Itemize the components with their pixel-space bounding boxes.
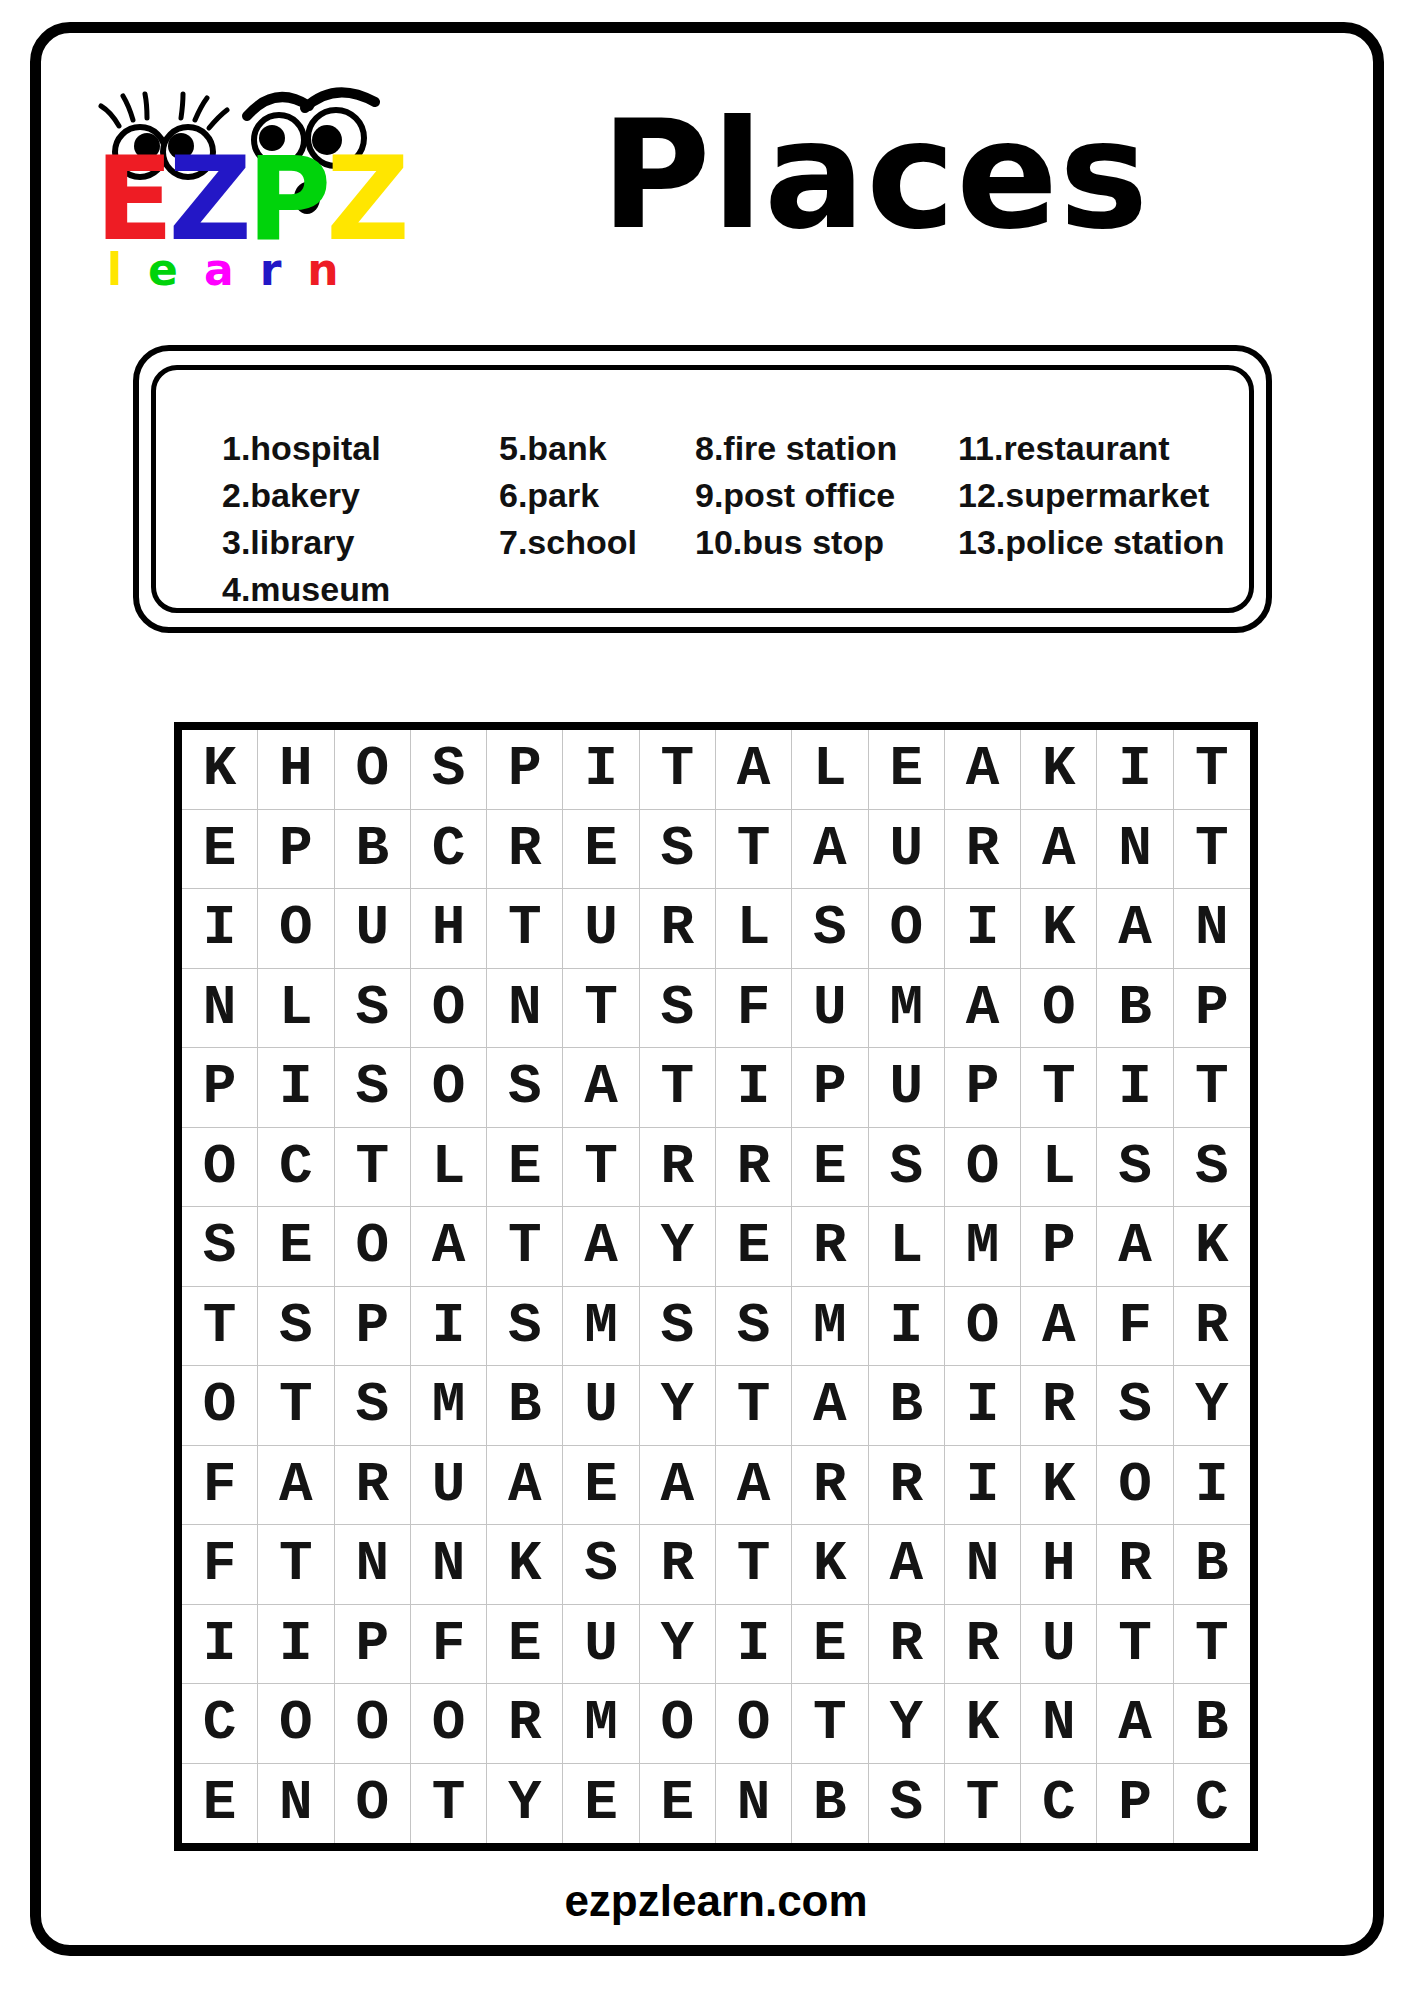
word-list-item: 8.fire station <box>695 425 897 472</box>
grid-cell[interactable]: E <box>258 1207 334 1287</box>
grid-cell[interactable]: E <box>182 1764 258 1844</box>
grid-cell[interactable]: R <box>640 889 716 969</box>
grid-cell[interactable]: I <box>411 1287 487 1367</box>
grid-cell[interactable]: T <box>487 889 563 969</box>
grid-cell[interactable]: S <box>411 730 487 810</box>
word-search-grid: KHOSPITALEAKITEPBCRESTAURANTIOUHTURLSOIK… <box>174 722 1258 1851</box>
grid-cell[interactable]: L <box>258 969 334 1049</box>
grid-cell[interactable]: C <box>182 1684 258 1764</box>
grid-cell[interactable]: O <box>258 1684 334 1764</box>
logo-learn: learn <box>107 248 365 292</box>
grid-cell[interactable]: N <box>1097 810 1173 890</box>
grid-cell[interactable]: O <box>1097 1446 1173 1526</box>
grid-cell[interactable]: R <box>640 1525 716 1605</box>
grid-cell[interactable]: K <box>1021 889 1097 969</box>
grid-cell[interactable]: P <box>1021 1207 1097 1287</box>
grid-cell[interactable]: R <box>792 1446 868 1526</box>
word-list-item: 13.police station <box>958 519 1224 566</box>
grid-cell[interactable]: A <box>716 730 792 810</box>
grid-cell[interactable]: I <box>869 1287 945 1367</box>
grid-cell[interactable]: I <box>1097 1048 1173 1128</box>
grid-cell[interactable]: T <box>640 1048 716 1128</box>
grid-cell[interactable]: T <box>1097 1605 1173 1685</box>
grid-cell[interactable]: T <box>182 1287 258 1367</box>
grid-cell[interactable]: I <box>1174 1446 1250 1526</box>
grid-cell[interactable]: A <box>945 730 1021 810</box>
grid-cell[interactable]: U <box>563 889 639 969</box>
grid-cell[interactable]: P <box>945 1048 1021 1128</box>
grid-cell[interactable]: P <box>487 730 563 810</box>
logo-letter: r <box>260 244 308 295</box>
grid-cell[interactable]: R <box>1021 1366 1097 1446</box>
grid-cell[interactable]: Y <box>869 1684 945 1764</box>
grid-cell[interactable]: C <box>411 810 487 890</box>
grid-cell[interactable]: T <box>563 969 639 1049</box>
grid-cell[interactable]: O <box>258 889 334 969</box>
grid-cell[interactable]: S <box>487 1287 563 1367</box>
grid-cell[interactable]: I <box>258 1048 334 1128</box>
word-list-item: 7.school <box>499 519 637 566</box>
grid-cell[interactable]: O <box>182 1366 258 1446</box>
grid-cell[interactable]: T <box>411 1764 487 1844</box>
grid-cell[interactable]: N <box>945 1525 1021 1605</box>
grid-cell[interactable]: A <box>1021 1287 1097 1367</box>
grid-cell[interactable]: T <box>1174 1605 1250 1685</box>
grid-cell[interactable]: I <box>182 889 258 969</box>
grid-cell[interactable]: S <box>640 1287 716 1367</box>
grid-cell[interactable]: S <box>563 1525 639 1605</box>
logo-letter: n <box>307 244 364 295</box>
grid-cell[interactable]: P <box>792 1048 868 1128</box>
grid-cell[interactable]: F <box>411 1605 487 1685</box>
grid-cell[interactable]: T <box>1174 810 1250 890</box>
grid-cell[interactable]: U <box>411 1446 487 1526</box>
grid-cell[interactable]: M <box>792 1287 868 1367</box>
grid-cell[interactable]: A <box>411 1207 487 1287</box>
grid-cell[interactable]: F <box>182 1525 258 1605</box>
grid-cell[interactable]: A <box>945 969 1021 1049</box>
grid-cell[interactable]: K <box>1174 1207 1250 1287</box>
grid-cell[interactable]: Y <box>640 1605 716 1685</box>
grid-cell[interactable]: K <box>487 1525 563 1605</box>
grid-cell[interactable]: P <box>335 1605 411 1685</box>
grid-cell[interactable]: O <box>335 1207 411 1287</box>
grid-cell[interactable]: N <box>258 1764 334 1844</box>
grid-cell[interactable]: S <box>869 1128 945 1208</box>
grid-cell[interactable]: E <box>716 1207 792 1287</box>
grid-cell[interactable]: N <box>487 969 563 1049</box>
word-list-item: 2.bakery <box>222 472 390 519</box>
grid-cell[interactable]: Y <box>487 1764 563 1844</box>
word-list-item: 9.post office <box>695 472 897 519</box>
grid-cell[interactable]: L <box>411 1128 487 1208</box>
grid-cell[interactable]: R <box>716 1128 792 1208</box>
logo-letter: e <box>148 244 204 295</box>
grid-cell[interactable]: E <box>182 810 258 890</box>
grid-cell[interactable]: I <box>716 1605 792 1685</box>
grid-cell[interactable]: U <box>792 969 868 1049</box>
grid-cell[interactable]: P <box>258 810 334 890</box>
grid-cell[interactable]: O <box>945 1128 1021 1208</box>
grid-cell[interactable]: T <box>1021 1048 1097 1128</box>
grid-cell[interactable]: N <box>182 969 258 1049</box>
grid-cell[interactable]: A <box>1097 889 1173 969</box>
grid-cell[interactable]: M <box>945 1207 1021 1287</box>
grid-cell[interactable]: R <box>945 810 1021 890</box>
grid-cell[interactable]: M <box>563 1684 639 1764</box>
grid-cell[interactable]: L <box>1021 1128 1097 1208</box>
grid-cell[interactable]: C <box>1021 1764 1097 1844</box>
grid-cell[interactable]: O <box>182 1128 258 1208</box>
grid-cell[interactable]: U <box>563 1366 639 1446</box>
grid-cell[interactable]: A <box>1097 1207 1173 1287</box>
grid-cell[interactable]: P <box>1174 969 1250 1049</box>
grid-cell[interactable]: R <box>640 1128 716 1208</box>
grid-cell[interactable]: O <box>411 1684 487 1764</box>
grid-cell[interactable]: K <box>1021 1446 1097 1526</box>
grid-cell[interactable]: B <box>1174 1525 1250 1605</box>
grid-cell[interactable]: N <box>411 1525 487 1605</box>
grid-cell[interactable]: I <box>182 1605 258 1685</box>
grid-cell[interactable]: A <box>487 1446 563 1526</box>
grid-cell[interactable]: C <box>258 1128 334 1208</box>
grid-cell[interactable]: O <box>716 1684 792 1764</box>
grid-cell[interactable]: R <box>487 810 563 890</box>
grid-cell[interactable]: I <box>945 1366 1021 1446</box>
grid-cell[interactable]: R <box>869 1605 945 1685</box>
grid-cell[interactable]: S <box>182 1207 258 1287</box>
grid-cell[interactable]: M <box>869 969 945 1049</box>
grid-cell[interactable]: L <box>869 1207 945 1287</box>
word-list-col-2: 5.bank6.park7.school <box>499 425 637 566</box>
grid-cell[interactable]: S <box>716 1287 792 1367</box>
grid-cell[interactable]: A <box>563 1048 639 1128</box>
ezpz-learn-logo: EZPZ learn <box>95 90 405 300</box>
grid-cell[interactable]: U <box>869 810 945 890</box>
grid-cell[interactable]: U <box>869 1048 945 1128</box>
grid-cell[interactable]: I <box>716 1048 792 1128</box>
grid-cell[interactable]: R <box>1097 1525 1173 1605</box>
word-list-box: 1.hospital2.bakery3.library4.museum 5.ba… <box>133 345 1272 633</box>
grid-cell[interactable]: F <box>1097 1287 1173 1367</box>
grid-cell[interactable]: B <box>869 1366 945 1446</box>
grid-cell[interactable]: S <box>792 889 868 969</box>
grid-cell[interactable]: M <box>563 1287 639 1367</box>
grid-cell[interactable]: T <box>487 1207 563 1287</box>
grid-cell[interactable]: T <box>1174 730 1250 810</box>
grid-cell[interactable]: T <box>335 1128 411 1208</box>
grid-cell[interactable]: U <box>563 1605 639 1685</box>
grid-cell[interactable]: E <box>792 1605 868 1685</box>
grid-cell[interactable]: T <box>716 1525 792 1605</box>
grid-cell[interactable]: H <box>411 889 487 969</box>
grid-cell[interactable]: S <box>258 1287 334 1367</box>
grid-cell[interactable]: E <box>563 810 639 890</box>
grid-cell[interactable]: O <box>869 889 945 969</box>
grid-cell[interactable]: K <box>1021 730 1097 810</box>
grid-cell[interactable]: S <box>335 1366 411 1446</box>
grid-cell[interactable]: T <box>258 1366 334 1446</box>
grid-cell[interactable]: T <box>792 1684 868 1764</box>
grid-cell[interactable]: K <box>182 730 258 810</box>
grid-cell[interactable]: N <box>335 1525 411 1605</box>
grid-cell[interactable]: S <box>1174 1128 1250 1208</box>
grid-cell[interactable]: B <box>335 810 411 890</box>
logo-letter: a <box>204 244 260 295</box>
grid-cell[interactable]: K <box>945 1684 1021 1764</box>
grid-cell[interactable]: O <box>411 969 487 1049</box>
grid-cell[interactable]: M <box>411 1366 487 1446</box>
grid-cell[interactable]: O <box>640 1684 716 1764</box>
word-list-item: 6.park <box>499 472 637 519</box>
grid-cell[interactable]: E <box>487 1128 563 1208</box>
grid-cell[interactable]: T <box>640 730 716 810</box>
grid-cell[interactable]: E <box>487 1605 563 1685</box>
grid-cell[interactable]: T <box>1174 1048 1250 1128</box>
grid-cell[interactable]: A <box>792 1366 868 1446</box>
grid-cell[interactable]: S <box>1097 1366 1173 1446</box>
grid-cell[interactable]: R <box>792 1207 868 1287</box>
grid-cell[interactable]: S <box>1097 1128 1173 1208</box>
grid-cell[interactable]: O <box>335 730 411 810</box>
word-list-col-3: 8.fire station9.post office10.bus stop <box>695 425 897 566</box>
grid-cell[interactable]: E <box>563 1764 639 1844</box>
grid-cell[interactable]: T <box>945 1764 1021 1844</box>
grid-cell[interactable]: O <box>411 1048 487 1128</box>
grid-cell[interactable]: R <box>945 1605 1021 1685</box>
grid-cell[interactable]: I <box>563 730 639 810</box>
grid-cell[interactable]: F <box>182 1446 258 1526</box>
grid-cell[interactable]: E <box>869 730 945 810</box>
grid-cell[interactable]: S <box>640 810 716 890</box>
grid-cell[interactable]: T <box>716 810 792 890</box>
grid-cell[interactable]: S <box>335 1048 411 1128</box>
grid-cell[interactable]: A <box>258 1446 334 1526</box>
grid-cell[interactable]: P <box>182 1048 258 1128</box>
page-title: Places <box>480 78 1270 273</box>
grid-cell[interactable]: K <box>792 1525 868 1605</box>
grid-cell[interactable]: I <box>945 1446 1021 1526</box>
word-list-item: 11.restaurant <box>958 425 1224 472</box>
grid-cell[interactable]: R <box>335 1446 411 1526</box>
grid-cell[interactable]: T <box>258 1525 334 1605</box>
word-list-col-1: 1.hospital2.bakery3.library4.museum <box>222 425 390 613</box>
grid-cell[interactable]: N <box>716 1764 792 1844</box>
grid-cell[interactable]: P <box>1097 1764 1173 1844</box>
word-list-item: 3.library <box>222 519 390 566</box>
grid-cell[interactable]: L <box>716 889 792 969</box>
grid-cell[interactable]: O <box>335 1684 411 1764</box>
grid-cell[interactable]: N <box>1021 1684 1097 1764</box>
word-list-item: 12.supermarket <box>958 472 1224 519</box>
grid-cell[interactable]: N <box>1174 889 1250 969</box>
grid-cell[interactable]: A <box>640 1446 716 1526</box>
grid-cell[interactable]: E <box>563 1446 639 1526</box>
grid-cell[interactable]: L <box>792 730 868 810</box>
grid-cell[interactable]: B <box>1174 1684 1250 1764</box>
logo-letter: l <box>107 244 148 295</box>
grid-cell[interactable]: E <box>792 1128 868 1208</box>
grid-cell[interactable]: C <box>1174 1764 1250 1844</box>
grid-cell[interactable]: Y <box>640 1366 716 1446</box>
grid-cell[interactable]: R <box>1174 1287 1250 1367</box>
grid-cell[interactable]: T <box>716 1366 792 1446</box>
word-list-box-inner: 1.hospital2.bakery3.library4.museum 5.ba… <box>151 365 1254 613</box>
grid-cell[interactable]: B <box>487 1366 563 1446</box>
grid-cell[interactable]: T <box>563 1128 639 1208</box>
grid-cell[interactable]: B <box>792 1764 868 1844</box>
grid-cell[interactable]: O <box>335 1764 411 1844</box>
grid-cell[interactable]: S <box>335 969 411 1049</box>
grid-cell[interactable]: F <box>716 969 792 1049</box>
word-list-item: 10.bus stop <box>695 519 897 566</box>
grid-cell[interactable]: R <box>869 1446 945 1526</box>
word-list-col-4: 11.restaurant12.supermarket13.police sta… <box>958 425 1224 566</box>
grid-cell[interactable]: A <box>1097 1684 1173 1764</box>
logo-ezpz: EZPZ <box>95 142 405 257</box>
grid-cell[interactable]: H <box>1021 1525 1097 1605</box>
word-list-item: 4.museum <box>222 566 390 613</box>
grid-cell[interactable]: U <box>1021 1605 1097 1685</box>
grid-cell[interactable]: U <box>335 889 411 969</box>
word-list-item: 1.hospital <box>222 425 390 472</box>
grid-cell[interactable]: I <box>258 1605 334 1685</box>
grid-cell[interactable]: Y <box>640 1207 716 1287</box>
grid-cell[interactable]: A <box>869 1525 945 1605</box>
grid-cell[interactable]: E <box>640 1764 716 1844</box>
grid-cell[interactable]: P <box>335 1287 411 1367</box>
grid-cell[interactable]: S <box>869 1764 945 1844</box>
grid-cell[interactable]: I <box>1097 730 1173 810</box>
grid-cell[interactable]: S <box>640 969 716 1049</box>
footer-url: ezpzlearn.com <box>174 1876 1258 1926</box>
word-list-item: 5.bank <box>499 425 637 472</box>
grid-cell[interactable]: B <box>1097 969 1173 1049</box>
grid-cell[interactable]: O <box>1021 969 1097 1049</box>
grid-cell[interactable]: Y <box>1174 1366 1250 1446</box>
grid-cell[interactable]: S <box>487 1048 563 1128</box>
grid-cell[interactable]: O <box>945 1287 1021 1367</box>
grid-cell[interactable]: A <box>716 1446 792 1526</box>
grid-cell[interactable]: H <box>258 730 334 810</box>
grid-cell[interactable]: A <box>1021 810 1097 890</box>
grid-cell[interactable]: R <box>487 1684 563 1764</box>
grid-cell[interactable]: A <box>792 810 868 890</box>
grid-cell[interactable]: A <box>563 1207 639 1287</box>
grid-cell[interactable]: I <box>945 889 1021 969</box>
